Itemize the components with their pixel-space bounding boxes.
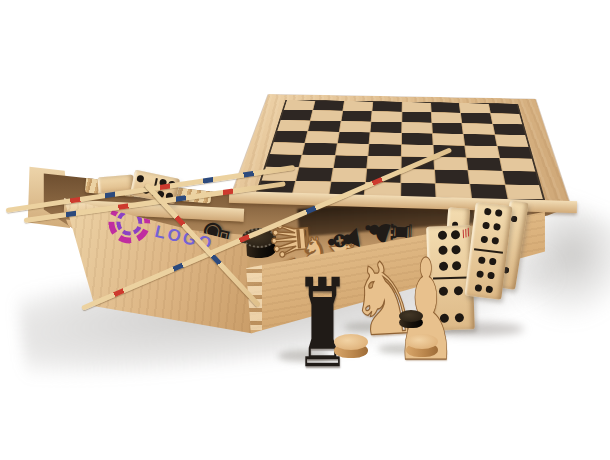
- wood-checker-1: [334, 334, 368, 358]
- black-checker-front: [399, 310, 423, 328]
- wood-checker-2: [406, 334, 438, 357]
- disc-top: [399, 310, 423, 322]
- disc-top: [334, 334, 368, 350]
- product-photo-game-set: ♚♟♟♛♞♝♝♟♜♟ LOGO /// ♜♞♟: [0, 0, 610, 460]
- black-rook-standing: ♜: [295, 263, 350, 385]
- loose-pieces: ♜♞♟: [0, 0, 610, 460]
